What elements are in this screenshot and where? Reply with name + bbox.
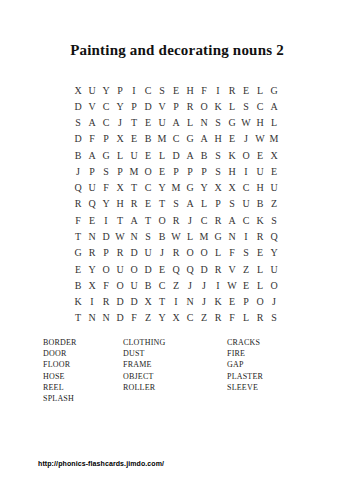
grid-cell: I [99, 212, 113, 228]
grid-cell: R [211, 261, 225, 277]
grid-cell: E [155, 163, 169, 179]
grid-cell: S [155, 82, 169, 98]
grid-cell: C [99, 98, 113, 114]
grid-cell: B [155, 228, 169, 244]
grid-cell: R [169, 245, 183, 261]
grid-cell: S [225, 196, 239, 212]
grid-cell: E [141, 147, 155, 163]
word-list-column: CLOTHINGDUSTFRAMEOBJECTROLLER [123, 337, 165, 393]
grid-cell: N [127, 228, 141, 244]
grid-cell: Q [183, 261, 197, 277]
grid-cell: J [155, 245, 169, 261]
grid-cell: C [169, 131, 183, 147]
word-list-item: SLEEVE [227, 382, 263, 393]
grid-cell: X [211, 180, 225, 196]
grid-cell: A [169, 115, 183, 131]
grid-cell: D [71, 131, 85, 147]
word-list-item: CLOTHING [123, 337, 165, 348]
footer-url: http://phonics-flashcards.jimdo.com/ [38, 460, 164, 467]
grid-cell: Z [169, 277, 183, 293]
grid-cell: E [141, 115, 155, 131]
grid-cell: A [267, 98, 281, 114]
grid-cell: G [71, 245, 85, 261]
grid-cell: H [225, 163, 239, 179]
grid-cell: C [141, 180, 155, 196]
grid-cell: Z [141, 310, 155, 326]
grid-cell: Z [267, 196, 281, 212]
grid-cell: S [211, 147, 225, 163]
grid-cell: N [85, 310, 99, 326]
grid-cell: H [183, 82, 197, 98]
grid-cell: A [183, 196, 197, 212]
grid-cell: X [225, 180, 239, 196]
grid-cell: U [127, 147, 141, 163]
grid-cell: E [239, 277, 253, 293]
grid-cell: C [197, 212, 211, 228]
grid-cell: R [225, 82, 239, 98]
grid-cell: I [239, 163, 253, 179]
grid-cell: U [85, 180, 99, 196]
grid-cell: S [169, 196, 183, 212]
grid-cell: J [239, 131, 253, 147]
grid-cell: S [239, 98, 253, 114]
grid-cell: C [253, 98, 267, 114]
word-list-item: REEL [43, 382, 77, 393]
grid-cell: Y [113, 98, 127, 114]
word-list-item: PLASTER [227, 371, 263, 382]
grid-cell: B [253, 196, 267, 212]
worksheet-page: Painting and decorating nouns 2 XUYPICSE… [0, 0, 354, 500]
grid-cell: D [141, 98, 155, 114]
grid-cell: G [225, 115, 239, 131]
grid-cell: R [113, 245, 127, 261]
word-list-item: FIRE [227, 348, 263, 359]
grid-cell: P [99, 245, 113, 261]
grid-cell: J [113, 115, 127, 131]
grid-cell: L [197, 196, 211, 212]
grid-cell: Y [197, 180, 211, 196]
grid-cell: U [141, 245, 155, 261]
grid-cell: H [113, 196, 127, 212]
word-list-item: GAP [227, 359, 263, 370]
grid-cell: J [183, 277, 197, 293]
grid-cell: T [155, 293, 169, 309]
grid-cell: Y [267, 245, 281, 261]
grid-cell: Q [85, 196, 99, 212]
grid-cell: P [211, 196, 225, 212]
grid-cell: W [225, 277, 239, 293]
grid-cell: M [169, 180, 183, 196]
grid-cell: X [85, 277, 99, 293]
grid-cell: C [141, 82, 155, 98]
grid-cell: E [253, 245, 267, 261]
grid-cell: D [197, 261, 211, 277]
grid-cell: D [141, 261, 155, 277]
grid-cell: G [267, 82, 281, 98]
grid-cell: R [169, 212, 183, 228]
grid-cell: F [99, 180, 113, 196]
word-list-item: OBJECT [123, 371, 165, 382]
grid-cell: I [85, 293, 99, 309]
grid-cell: P [169, 163, 183, 179]
grid-cell: U [267, 261, 281, 277]
grid-cell: T [141, 212, 155, 228]
grid-cell: V [85, 98, 99, 114]
grid-cell: R [211, 310, 225, 326]
grid-cell: M [127, 163, 141, 179]
grid-cell: O [155, 212, 169, 228]
grid-cell: A [197, 131, 211, 147]
grid-cell: I [239, 228, 253, 244]
grid-cell: P [183, 163, 197, 179]
grid-cell: M [197, 228, 211, 244]
grid-cell: L [183, 115, 197, 131]
grid-cell: E [267, 163, 281, 179]
grid-cell: U [253, 163, 267, 179]
grid-cell: P [113, 163, 127, 179]
word-list-item: BORDER [43, 337, 77, 348]
grid-cell: F [99, 277, 113, 293]
page-title: Painting and decorating nouns 2 [0, 42, 354, 59]
grid-cell: X [71, 82, 85, 98]
grid-cell: X [141, 293, 155, 309]
grid-cell: X [169, 310, 183, 326]
grid-cell: J [183, 212, 197, 228]
grid-cell: P [99, 131, 113, 147]
grid-cell: Y [99, 196, 113, 212]
grid-cell: Q [169, 261, 183, 277]
grid-cell: L [267, 115, 281, 131]
grid-cell: T [113, 212, 127, 228]
grid-cell: U [155, 115, 169, 131]
grid-cell: U [267, 180, 281, 196]
grid-cell: E [127, 131, 141, 147]
grid-cell: D [127, 293, 141, 309]
grid-cell: O [99, 261, 113, 277]
grid-cell: Z [239, 261, 253, 277]
word-search-grid: XUYPICSEHFIRELGDVCYPDVPROKLSCASACJTEUALN… [71, 82, 281, 326]
grid-cell: W [169, 228, 183, 244]
grid-cell: U [127, 277, 141, 293]
word-list-item: FRAME [123, 359, 165, 370]
grid-cell: H [211, 131, 225, 147]
grid-cell: J [267, 293, 281, 309]
grid-cell: K [253, 212, 267, 228]
grid-cell: L [253, 82, 267, 98]
grid-cell: W [113, 228, 127, 244]
grid-cell: O [197, 98, 211, 114]
grid-cell: K [225, 147, 239, 163]
grid-cell: L [155, 147, 169, 163]
grid-cell: Q [71, 180, 85, 196]
grid-cell: Y [99, 82, 113, 98]
grid-cell: U [85, 82, 99, 98]
grid-cell: Z [197, 310, 211, 326]
grid-cell: E [155, 261, 169, 277]
grid-cell: E [239, 82, 253, 98]
grid-cell: N [183, 293, 197, 309]
grid-cell: S [211, 163, 225, 179]
grid-cell: T [155, 196, 169, 212]
grid-cell: R [85, 245, 99, 261]
grid-cell: I [169, 293, 183, 309]
grid-cell: S [239, 245, 253, 261]
word-list-item: ROLLER [123, 382, 165, 393]
grid-cell: E [225, 293, 239, 309]
grid-cell: E [141, 196, 155, 212]
grid-cell: U [239, 196, 253, 212]
grid-cell: L [253, 277, 267, 293]
word-list-item: SPLASH [43, 393, 77, 404]
grid-cell: N [197, 115, 211, 131]
grid-cell: V [155, 98, 169, 114]
grid-cell: T [71, 228, 85, 244]
grid-cell: T [127, 115, 141, 131]
grid-cell: P [197, 163, 211, 179]
grid-cell: G [99, 147, 113, 163]
grid-cell: Y [85, 261, 99, 277]
grid-cell: O [183, 245, 197, 261]
grid-cell: G [211, 228, 225, 244]
grid-cell: C [183, 310, 197, 326]
grid-cell: O [127, 261, 141, 277]
grid-cell: X [113, 180, 127, 196]
grid-cell: I [211, 82, 225, 98]
grid-cell: Q [267, 228, 281, 244]
grid-cell: N [99, 310, 113, 326]
grid-cell: R [99, 293, 113, 309]
grid-cell: B [71, 147, 85, 163]
grid-cell: W [239, 115, 253, 131]
grid-cell: B [197, 147, 211, 163]
grid-cell: M [267, 131, 281, 147]
grid-cell: R [253, 228, 267, 244]
grid-cell: D [113, 310, 127, 326]
grid-cell: J [197, 277, 211, 293]
grid-cell: B [141, 131, 155, 147]
grid-cell: U [113, 261, 127, 277]
grid-cell: R [71, 196, 85, 212]
grid-cell: C [99, 115, 113, 131]
grid-cell: K [211, 293, 225, 309]
grid-cell: I [211, 277, 225, 293]
grid-cell: N [85, 228, 99, 244]
grid-cell: S [267, 212, 281, 228]
grid-cell: E [225, 131, 239, 147]
grid-cell: O [253, 293, 267, 309]
grid-cell: H [253, 115, 267, 131]
grid-cell: J [71, 163, 85, 179]
grid-cell: F [225, 245, 239, 261]
grid-cell: F [127, 310, 141, 326]
grid-cell: N [225, 228, 239, 244]
grid-cell: K [71, 293, 85, 309]
grid-cell: O [267, 277, 281, 293]
grid-cell: S [267, 310, 281, 326]
word-list-item: HOSE [43, 371, 77, 382]
grid-cell: P [169, 98, 183, 114]
grid-cell: B [71, 277, 85, 293]
word-list: BORDERDOORFLOORHOSEREELSPLASHCLOTHINGDUS… [0, 337, 354, 407]
grid-cell: A [85, 147, 99, 163]
grid-cell: L [239, 310, 253, 326]
grid-cell: O [141, 163, 155, 179]
grid-cell: K [211, 98, 225, 114]
word-list-item: DUST [123, 348, 165, 359]
grid-cell: L [183, 228, 197, 244]
grid-cell: S [211, 115, 225, 131]
word-list-item: CRACKS [227, 337, 263, 348]
word-list-item: DOOR [43, 348, 77, 359]
word-list-column: CRACKSFIREGAPPLASTERSLEEVE [227, 337, 263, 393]
grid-cell: S [141, 228, 155, 244]
grid-cell: D [71, 98, 85, 114]
grid-cell: R [211, 212, 225, 228]
grid-cell: T [127, 180, 141, 196]
grid-cell: E [85, 212, 99, 228]
grid-cell: E [71, 261, 85, 277]
grid-cell: P [85, 163, 99, 179]
grid-cell: S [71, 115, 85, 131]
grid-cell: B [141, 277, 155, 293]
grid-cell: D [113, 293, 127, 309]
grid-cell: F [225, 310, 239, 326]
grid-cell: F [85, 131, 99, 147]
grid-cell: F [197, 82, 211, 98]
grid-cell: O [197, 245, 211, 261]
grid-cell: J [197, 293, 211, 309]
grid-cell: O [239, 147, 253, 163]
grid-cell: L [225, 98, 239, 114]
grid-cell: C [155, 277, 169, 293]
grid-cell: L [253, 261, 267, 277]
grid-cell: Y [155, 310, 169, 326]
grid-cell: F [71, 212, 85, 228]
word-list-column: BORDERDOORFLOORHOSEREELSPLASH [43, 337, 77, 404]
grid-cell: R [253, 310, 267, 326]
grid-cell: X [113, 131, 127, 147]
grid-cell: A [85, 115, 99, 131]
grid-cell: W [253, 131, 267, 147]
grid-cell: L [211, 245, 225, 261]
grid-cell: I [127, 82, 141, 98]
word-list-item: FLOOR [43, 359, 77, 370]
grid-cell: D [127, 245, 141, 261]
grid-cell: A [183, 147, 197, 163]
grid-cell: H [253, 180, 267, 196]
grid-cell: S [99, 163, 113, 179]
grid-cell: G [183, 131, 197, 147]
grid-cell: G [183, 180, 197, 196]
grid-cell: L [113, 147, 127, 163]
grid-cell: C [239, 180, 253, 196]
grid-cell: D [169, 147, 183, 163]
grid-cell: M [155, 131, 169, 147]
grid-cell: A [225, 212, 239, 228]
grid-cell: D [99, 228, 113, 244]
grid-cell: O [113, 277, 127, 293]
grid-cell: P [127, 98, 141, 114]
grid-cell: V [225, 261, 239, 277]
grid-cell: C [239, 212, 253, 228]
grid-cell: T [71, 310, 85, 326]
grid-cell: E [169, 82, 183, 98]
grid-cell: Y [155, 180, 169, 196]
grid-cell: P [239, 293, 253, 309]
grid-cell: A [127, 212, 141, 228]
grid-cell: R [127, 196, 141, 212]
grid-cell: E [253, 147, 267, 163]
grid-cell: P [113, 82, 127, 98]
grid-cell: X [267, 147, 281, 163]
grid-cell: R [183, 98, 197, 114]
